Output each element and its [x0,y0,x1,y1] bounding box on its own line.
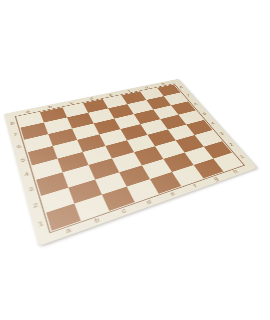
photo-background: abcdefgh abcdefgh 87654321 87654321 [0,0,270,320]
chess-board: abcdefgh abcdefgh 87654321 87654321 [4,79,257,246]
